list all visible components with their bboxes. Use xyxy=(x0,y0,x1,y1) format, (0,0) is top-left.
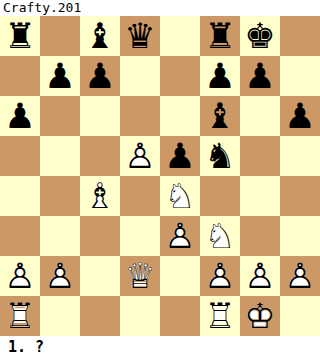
square-f6[interactable]: ♝ xyxy=(200,96,240,136)
square-c4[interactable]: ♝♗ xyxy=(80,176,120,216)
white-king[interactable]: ♚♔ xyxy=(240,296,280,336)
square-e8[interactable] xyxy=(160,16,200,56)
square-b7[interactable]: ♟ xyxy=(40,56,80,96)
white-pawn[interactable]: ♟♙ xyxy=(200,256,240,296)
square-e5[interactable]: ♟ xyxy=(160,136,200,176)
square-b1[interactable] xyxy=(40,296,80,336)
piece-outline: ♗ xyxy=(80,176,120,216)
square-a8[interactable]: ♜ xyxy=(0,16,40,56)
square-a5[interactable] xyxy=(0,136,40,176)
square-c3[interactable] xyxy=(80,216,120,256)
window-title: Crafty.201 xyxy=(0,0,320,16)
square-a4[interactable] xyxy=(0,176,40,216)
white-rook[interactable]: ♜♖ xyxy=(0,296,40,336)
square-f2[interactable]: ♟♙ xyxy=(200,256,240,296)
piece-outline: ♕ xyxy=(120,256,160,296)
square-b3[interactable] xyxy=(40,216,80,256)
square-d3[interactable] xyxy=(120,216,160,256)
square-g2[interactable]: ♟♙ xyxy=(240,256,280,296)
piece-outline: ♙ xyxy=(240,256,280,296)
piece-outline: ♙ xyxy=(0,256,40,296)
piece-outline: ♙ xyxy=(280,256,320,296)
square-a7[interactable] xyxy=(0,56,40,96)
square-e6[interactable] xyxy=(160,96,200,136)
chess-board: ♜♝♛♜♚♟♟♟♟♟♝♟♟♙♟♞♝♗♞♘♟♙♞♘♟♙♟♙♛♕♟♙♟♙♟♙♜♖♜♖… xyxy=(0,16,320,336)
square-f5[interactable]: ♞ xyxy=(200,136,240,176)
square-e4[interactable]: ♞♘ xyxy=(160,176,200,216)
square-d6[interactable] xyxy=(120,96,160,136)
square-h8[interactable] xyxy=(280,16,320,56)
square-c6[interactable] xyxy=(80,96,120,136)
piece-outline: ♘ xyxy=(160,176,200,216)
square-h2[interactable]: ♟♙ xyxy=(280,256,320,296)
square-g4[interactable] xyxy=(240,176,280,216)
piece-outline: ♔ xyxy=(240,296,280,336)
piece-outline: ♖ xyxy=(0,296,40,336)
move-prompt: 1. ? xyxy=(0,336,320,360)
black-pawn[interactable]: ♟ xyxy=(280,96,320,136)
square-d1[interactable] xyxy=(120,296,160,336)
piece-outline: ♙ xyxy=(200,256,240,296)
square-h4[interactable] xyxy=(280,176,320,216)
square-g3[interactable] xyxy=(240,216,280,256)
square-a1[interactable]: ♜♖ xyxy=(0,296,40,336)
black-pawn[interactable]: ♟ xyxy=(160,136,200,176)
black-pawn[interactable]: ♟ xyxy=(200,56,240,96)
square-c7[interactable]: ♟ xyxy=(80,56,120,96)
square-g6[interactable] xyxy=(240,96,280,136)
piece-outline: ♖ xyxy=(200,296,240,336)
square-h1[interactable] xyxy=(280,296,320,336)
piece-outline: ♙ xyxy=(40,256,80,296)
square-d5[interactable]: ♟♙ xyxy=(120,136,160,176)
black-knight[interactable]: ♞ xyxy=(200,136,240,176)
white-queen[interactable]: ♛♕ xyxy=(120,256,160,296)
square-e1[interactable] xyxy=(160,296,200,336)
white-pawn[interactable]: ♟♙ xyxy=(160,216,200,256)
black-bishop[interactable]: ♝ xyxy=(80,16,120,56)
piece-outline: ♙ xyxy=(160,216,200,256)
square-h3[interactable] xyxy=(280,216,320,256)
square-b4[interactable] xyxy=(40,176,80,216)
square-h6[interactable]: ♟ xyxy=(280,96,320,136)
piece-outline: ♙ xyxy=(120,136,160,176)
black-rook[interactable]: ♜ xyxy=(200,16,240,56)
square-d7[interactable] xyxy=(120,56,160,96)
black-rook[interactable]: ♜ xyxy=(0,16,40,56)
square-c2[interactable] xyxy=(80,256,120,296)
square-c8[interactable]: ♝ xyxy=(80,16,120,56)
white-pawn[interactable]: ♟♙ xyxy=(40,256,80,296)
square-b8[interactable] xyxy=(40,16,80,56)
square-e2[interactable] xyxy=(160,256,200,296)
square-b6[interactable] xyxy=(40,96,80,136)
square-a6[interactable]: ♟ xyxy=(0,96,40,136)
white-rook[interactable]: ♜♖ xyxy=(200,296,240,336)
square-g5[interactable] xyxy=(240,136,280,176)
black-king[interactable]: ♚ xyxy=(240,16,280,56)
white-pawn[interactable]: ♟♙ xyxy=(280,256,320,296)
square-f8[interactable]: ♜ xyxy=(200,16,240,56)
black-bishop[interactable]: ♝ xyxy=(200,96,240,136)
square-h7[interactable] xyxy=(280,56,320,96)
square-g8[interactable]: ♚ xyxy=(240,16,280,56)
square-b5[interactable] xyxy=(40,136,80,176)
square-e7[interactable] xyxy=(160,56,200,96)
square-g1[interactable]: ♚♔ xyxy=(240,296,280,336)
square-c5[interactable] xyxy=(80,136,120,176)
black-pawn[interactable]: ♟ xyxy=(240,56,280,96)
square-f4[interactable] xyxy=(200,176,240,216)
black-queen[interactable]: ♛ xyxy=(120,16,160,56)
white-pawn[interactable]: ♟♙ xyxy=(240,256,280,296)
white-knight[interactable]: ♞♘ xyxy=(200,216,240,256)
white-pawn[interactable]: ♟♙ xyxy=(0,256,40,296)
crafty-window: Crafty.201 ♜♝♛♜♚♟♟♟♟♟♝♟♟♙♟♞♝♗♞♘♟♙♞♘♟♙♟♙♛… xyxy=(0,0,320,360)
black-pawn[interactable]: ♟ xyxy=(80,56,120,96)
square-a3[interactable] xyxy=(0,216,40,256)
white-pawn[interactable]: ♟♙ xyxy=(120,136,160,176)
square-f3[interactable]: ♞♘ xyxy=(200,216,240,256)
black-pawn[interactable]: ♟ xyxy=(0,96,40,136)
square-f1[interactable]: ♜♖ xyxy=(200,296,240,336)
square-h5[interactable] xyxy=(280,136,320,176)
square-g7[interactable]: ♟ xyxy=(240,56,280,96)
square-d4[interactable] xyxy=(120,176,160,216)
square-e3[interactable]: ♟♙ xyxy=(160,216,200,256)
piece-outline: ♘ xyxy=(200,216,240,256)
square-c1[interactable] xyxy=(80,296,120,336)
square-b2[interactable]: ♟♙ xyxy=(40,256,80,296)
square-f7[interactable]: ♟ xyxy=(200,56,240,96)
white-bishop[interactable]: ♝♗ xyxy=(80,176,120,216)
square-d8[interactable]: ♛ xyxy=(120,16,160,56)
white-knight[interactable]: ♞♘ xyxy=(160,176,200,216)
black-pawn[interactable]: ♟ xyxy=(40,56,80,96)
square-d2[interactable]: ♛♕ xyxy=(120,256,160,296)
square-a2[interactable]: ♟♙ xyxy=(0,256,40,296)
